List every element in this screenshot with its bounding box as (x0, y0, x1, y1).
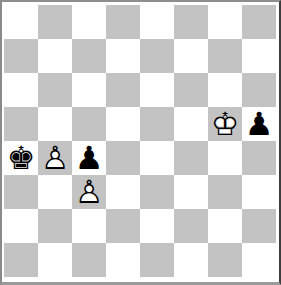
square-f7[interactable] (174, 39, 208, 73)
square-f8[interactable] (174, 5, 208, 39)
square-g2[interactable] (208, 209, 242, 243)
square-c1[interactable] (72, 243, 106, 277)
black-king[interactable]: ♚ (4, 141, 38, 175)
square-a3[interactable] (4, 175, 38, 209)
square-e4[interactable] (140, 141, 174, 175)
square-g4[interactable] (208, 141, 242, 175)
square-e5[interactable] (140, 107, 174, 141)
square-h5[interactable]: ♟ (242, 107, 276, 141)
square-h8[interactable] (242, 5, 276, 39)
square-c3[interactable]: ♟♙ (72, 175, 106, 209)
square-b6[interactable] (38, 73, 72, 107)
square-d5[interactable] (106, 107, 140, 141)
square-b5[interactable] (38, 107, 72, 141)
square-c6[interactable] (72, 73, 106, 107)
chess-board-grid: ♚♔♟♚♟♙♟♟♙ (4, 5, 276, 277)
square-d1[interactable] (106, 243, 140, 277)
square-e7[interactable] (140, 39, 174, 73)
white-king[interactable]: ♚♔ (208, 107, 242, 141)
square-g5[interactable]: ♚♔ (208, 107, 242, 141)
square-c5[interactable] (72, 107, 106, 141)
square-e3[interactable] (140, 175, 174, 209)
square-e2[interactable] (140, 209, 174, 243)
square-e8[interactable] (140, 5, 174, 39)
square-d3[interactable] (106, 175, 140, 209)
square-a8[interactable] (4, 5, 38, 39)
square-h4[interactable] (242, 141, 276, 175)
square-c8[interactable] (72, 5, 106, 39)
white-pawn[interactable]: ♟♙ (72, 175, 106, 209)
square-d7[interactable] (106, 39, 140, 73)
square-a6[interactable] (4, 73, 38, 107)
white-pawn-outline-layer: ♙ (72, 175, 106, 209)
square-b1[interactable] (38, 243, 72, 277)
square-f1[interactable] (174, 243, 208, 277)
square-e1[interactable] (140, 243, 174, 277)
square-e6[interactable] (140, 73, 174, 107)
square-h1[interactable] (242, 243, 276, 277)
square-h3[interactable] (242, 175, 276, 209)
square-a1[interactable] (4, 243, 38, 277)
black-pawn[interactable]: ♟ (72, 141, 106, 175)
square-a7[interactable] (4, 39, 38, 73)
square-f6[interactable] (174, 73, 208, 107)
square-f4[interactable] (174, 141, 208, 175)
square-g8[interactable] (208, 5, 242, 39)
black-pawn[interactable]: ♟ (242, 107, 276, 141)
square-h7[interactable] (242, 39, 276, 73)
square-g1[interactable] (208, 243, 242, 277)
square-f3[interactable] (174, 175, 208, 209)
square-h2[interactable] (242, 209, 276, 243)
square-c4[interactable]: ♟ (72, 141, 106, 175)
chess-board: ♚♔♟♚♟♙♟♟♙ (0, 0, 281, 285)
square-h6[interactable] (242, 73, 276, 107)
white-pawn-outline-layer: ♙ (38, 141, 72, 175)
square-c2[interactable] (72, 209, 106, 243)
white-king-outline-layer: ♔ (208, 107, 242, 141)
square-b2[interactable] (38, 209, 72, 243)
square-d8[interactable] (106, 5, 140, 39)
white-pawn[interactable]: ♟♙ (38, 141, 72, 175)
square-g6[interactable] (208, 73, 242, 107)
square-d4[interactable] (106, 141, 140, 175)
square-g7[interactable] (208, 39, 242, 73)
square-a2[interactable] (4, 209, 38, 243)
square-g3[interactable] (208, 175, 242, 209)
square-b4[interactable]: ♟♙ (38, 141, 72, 175)
square-a5[interactable] (4, 107, 38, 141)
square-d2[interactable] (106, 209, 140, 243)
square-f5[interactable] (174, 107, 208, 141)
square-a4[interactable]: ♚ (4, 141, 38, 175)
square-d6[interactable] (106, 73, 140, 107)
square-b7[interactable] (38, 39, 72, 73)
square-b3[interactable] (38, 175, 72, 209)
square-b8[interactable] (38, 5, 72, 39)
square-c7[interactable] (72, 39, 106, 73)
square-f2[interactable] (174, 209, 208, 243)
